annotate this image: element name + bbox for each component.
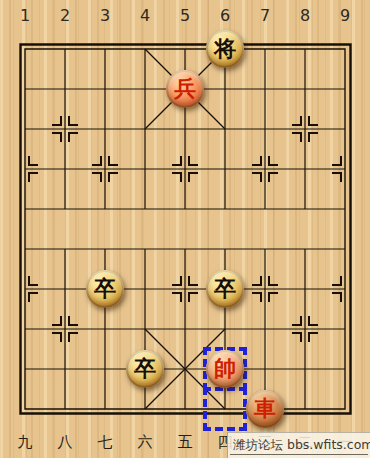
bottom-coord-label-4: 六: [125, 433, 165, 452]
watermark: 潍坊论坛 bbs.wfits.com: [227, 432, 370, 458]
black-soldier-3[interactable]: 卒: [126, 350, 164, 388]
move-highlight-from: [203, 387, 247, 431]
watermark-text: 潍坊论坛 bbs.wfits.com: [233, 437, 370, 454]
black-soldier-2[interactable]: 卒: [206, 270, 244, 308]
bottom-coord-label-3: 七: [85, 433, 125, 452]
bottom-coord-label-5: 五: [165, 433, 205, 452]
red-chariot[interactable]: 車: [246, 390, 284, 428]
top-coord-label-5: 5: [165, 6, 205, 25]
bottom-coord-label-1: 九: [5, 433, 45, 452]
red-soldier[interactable]: 兵: [166, 70, 204, 108]
watermark-rule: [230, 454, 368, 455]
top-coord-label-6: 6: [205, 6, 245, 25]
top-coord-label-1: 1: [5, 6, 45, 25]
top-coord-label-8: 8: [285, 6, 325, 25]
top-coord-label-3: 3: [85, 6, 125, 25]
top-coord-label-4: 4: [125, 6, 165, 25]
black-soldier-1[interactable]: 卒: [86, 270, 124, 308]
bottom-coord-label-2: 八: [45, 433, 85, 452]
xiangqi-board[interactable]: 123456789 九八七六五四三二一 将兵卒卒卒帥車 潍坊论坛 bbs.wfi…: [0, 0, 370, 458]
top-coord-label-7: 7: [245, 6, 285, 25]
top-coord-label-2: 2: [45, 6, 85, 25]
red-general[interactable]: 帥: [206, 350, 244, 388]
board-grid: [0, 0, 370, 458]
black-general[interactable]: 将: [206, 30, 244, 68]
top-coord-label-9: 9: [325, 6, 365, 25]
